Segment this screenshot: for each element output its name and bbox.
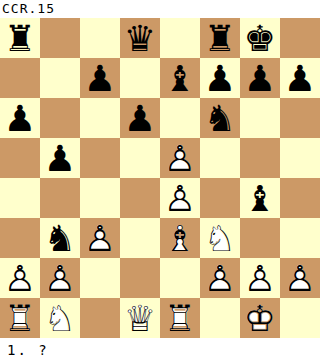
black-queen: ♛ <box>120 18 160 58</box>
square-e8[interactable] <box>160 18 200 58</box>
square-d7[interactable] <box>120 58 160 98</box>
square-g1[interactable]: ♚♔ <box>240 298 280 338</box>
black-rook: ♜ <box>0 18 40 58</box>
square-d6[interactable]: ♟ <box>120 98 160 138</box>
square-g4[interactable]: ♝ <box>240 178 280 218</box>
square-h3[interactable] <box>280 218 320 258</box>
square-d4[interactable] <box>120 178 160 218</box>
square-h2[interactable]: ♟♙ <box>280 258 320 298</box>
white-pawn: ♟♙ <box>160 178 200 218</box>
black-bishop: ♝ <box>160 58 200 98</box>
black-pawn: ♟ <box>80 58 120 98</box>
square-d5[interactable] <box>120 138 160 178</box>
square-e2[interactable] <box>160 258 200 298</box>
square-c8[interactable] <box>80 18 120 58</box>
black-knight: ♞ <box>200 98 240 138</box>
square-f4[interactable] <box>200 178 240 218</box>
white-pawn: ♟♙ <box>40 258 80 298</box>
white-pawn: ♟♙ <box>240 258 280 298</box>
white-pawn: ♟♙ <box>0 258 40 298</box>
square-a1[interactable]: ♜♖ <box>0 298 40 338</box>
square-f6[interactable]: ♞ <box>200 98 240 138</box>
white-rook: ♜♖ <box>0 298 40 338</box>
square-f2[interactable]: ♟♙ <box>200 258 240 298</box>
square-b7[interactable] <box>40 58 80 98</box>
square-b3[interactable]: ♞ <box>40 218 80 258</box>
square-a7[interactable] <box>0 58 40 98</box>
white-knight: ♞♘ <box>200 218 240 258</box>
square-b4[interactable] <box>40 178 80 218</box>
square-e5[interactable]: ♟♙ <box>160 138 200 178</box>
white-pawn: ♟♙ <box>200 258 240 298</box>
white-king: ♚♔ <box>240 298 280 338</box>
square-b6[interactable] <box>40 98 80 138</box>
square-a4[interactable] <box>0 178 40 218</box>
square-h1[interactable] <box>280 298 320 338</box>
square-d3[interactable] <box>120 218 160 258</box>
chess-board: ♜♛♜♚♟♝♟♟♟♟♟♞♟♟♙♟♙♝♞♟♙♝♗♞♘♟♙♟♙♟♙♟♙♟♙♜♖♞♘♛… <box>0 18 320 338</box>
square-f1[interactable] <box>200 298 240 338</box>
square-e6[interactable] <box>160 98 200 138</box>
black-pawn: ♟ <box>280 58 320 98</box>
square-g3[interactable] <box>240 218 280 258</box>
square-f3[interactable]: ♞♘ <box>200 218 240 258</box>
square-h8[interactable] <box>280 18 320 58</box>
square-a6[interactable]: ♟ <box>0 98 40 138</box>
square-b8[interactable] <box>40 18 80 58</box>
square-a2[interactable]: ♟♙ <box>0 258 40 298</box>
black-pawn: ♟ <box>200 58 240 98</box>
black-bishop: ♝ <box>240 178 280 218</box>
white-bishop: ♝♗ <box>160 218 200 258</box>
black-rook: ♜ <box>200 18 240 58</box>
square-g2[interactable]: ♟♙ <box>240 258 280 298</box>
white-queen: ♛♕ <box>120 298 160 338</box>
white-pawn: ♟♙ <box>160 138 200 178</box>
square-e1[interactable]: ♜♖ <box>160 298 200 338</box>
square-c3[interactable]: ♟♙ <box>80 218 120 258</box>
white-pawn: ♟♙ <box>80 218 120 258</box>
square-b5[interactable]: ♟ <box>40 138 80 178</box>
square-b2[interactable]: ♟♙ <box>40 258 80 298</box>
black-knight: ♞ <box>40 218 80 258</box>
square-e3[interactable]: ♝♗ <box>160 218 200 258</box>
white-pawn: ♟♙ <box>280 258 320 298</box>
black-pawn: ♟ <box>240 58 280 98</box>
square-d1[interactable]: ♛♕ <box>120 298 160 338</box>
white-knight: ♞♘ <box>40 298 80 338</box>
black-pawn: ♟ <box>0 98 40 138</box>
black-pawn: ♟ <box>40 138 80 178</box>
square-c7[interactable]: ♟ <box>80 58 120 98</box>
square-g7[interactable]: ♟ <box>240 58 280 98</box>
black-king: ♚ <box>240 18 280 58</box>
square-d8[interactable]: ♛ <box>120 18 160 58</box>
square-h4[interactable] <box>280 178 320 218</box>
square-a8[interactable]: ♜ <box>0 18 40 58</box>
square-b1[interactable]: ♞♘ <box>40 298 80 338</box>
square-g8[interactable]: ♚ <box>240 18 280 58</box>
square-c6[interactable] <box>80 98 120 138</box>
square-c2[interactable] <box>80 258 120 298</box>
square-f5[interactable] <box>200 138 240 178</box>
square-d2[interactable] <box>120 258 160 298</box>
square-f8[interactable]: ♜ <box>200 18 240 58</box>
square-c4[interactable] <box>80 178 120 218</box>
white-rook: ♜♖ <box>160 298 200 338</box>
square-a3[interactable] <box>0 218 40 258</box>
square-h5[interactable] <box>280 138 320 178</box>
square-f7[interactable]: ♟ <box>200 58 240 98</box>
square-a5[interactable] <box>0 138 40 178</box>
square-e4[interactable]: ♟♙ <box>160 178 200 218</box>
square-g5[interactable] <box>240 138 280 178</box>
square-h6[interactable] <box>280 98 320 138</box>
square-g6[interactable] <box>240 98 280 138</box>
square-c1[interactable] <box>80 298 120 338</box>
move-prompt: 1. ? <box>0 338 320 360</box>
black-pawn: ♟ <box>120 98 160 138</box>
diagram-title: CCR.15 <box>0 0 320 18</box>
square-c5[interactable] <box>80 138 120 178</box>
square-e7[interactable]: ♝ <box>160 58 200 98</box>
square-h7[interactable]: ♟ <box>280 58 320 98</box>
